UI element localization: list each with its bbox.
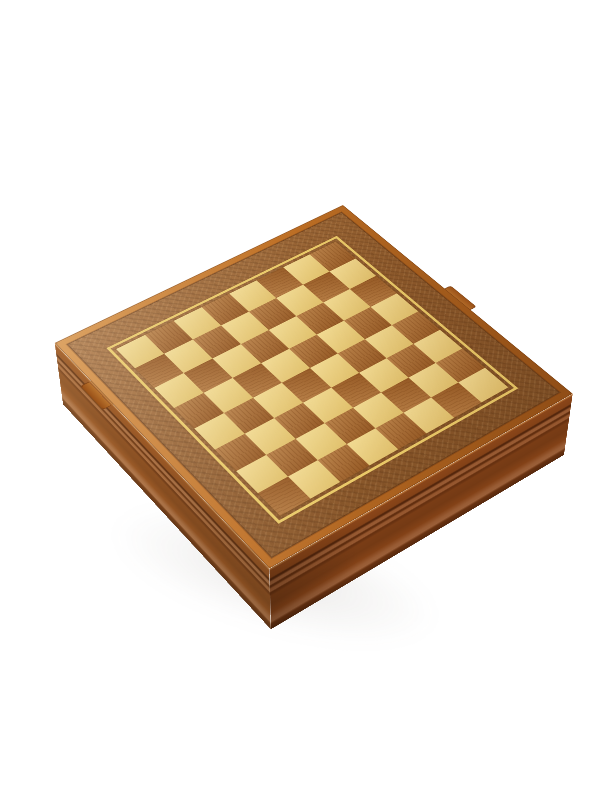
square-a3 [215, 434, 266, 471]
product-photo [0, 0, 600, 800]
square-d1 [347, 428, 398, 465]
chess-box [55, 205, 573, 569]
square-a6 [154, 373, 203, 408]
square-b4 [224, 398, 274, 434]
square-d3 [303, 388, 353, 424]
square-c4 [253, 383, 303, 418]
square-a2 [236, 455, 288, 493]
square-d4 [282, 368, 331, 403]
square-c5 [233, 363, 282, 398]
square-c3 [274, 403, 324, 439]
board-lid-top [55, 205, 573, 569]
square-c1 [318, 444, 370, 482]
square-a5 [174, 393, 224, 429]
square-a1 [258, 477, 311, 516]
square-e2 [353, 393, 403, 429]
square-b2 [266, 439, 317, 477]
square-a4 [194, 413, 245, 450]
square-f1 [403, 397, 454, 433]
square-h1 [458, 368, 508, 403]
square-b5 [204, 378, 254, 413]
square-b3 [245, 418, 296, 455]
square-e3 [331, 373, 381, 408]
square-e1 [375, 413, 426, 450]
scene-3d [125, 183, 495, 553]
square-c2 [296, 423, 347, 460]
square-b1 [288, 460, 340, 499]
square-f2 [381, 378, 431, 413]
square-g2 [409, 363, 459, 398]
square-g1 [431, 382, 481, 417]
square-d2 [325, 408, 376, 444]
